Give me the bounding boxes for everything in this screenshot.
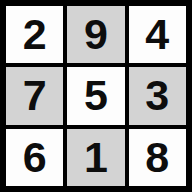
cell-r1c2[interactable]: 3 bbox=[129, 67, 186, 124]
cell-r2c1[interactable]: 1 bbox=[67, 129, 124, 186]
cell-r1c0[interactable]: 7 bbox=[6, 67, 63, 124]
cell-r0c2[interactable]: 4 bbox=[129, 6, 186, 63]
cell-r1c1[interactable]: 5 bbox=[67, 67, 124, 124]
cell-r0c1[interactable]: 9 bbox=[67, 6, 124, 63]
cell-r0c0[interactable]: 2 bbox=[6, 6, 63, 63]
cell-r2c0[interactable]: 6 bbox=[6, 129, 63, 186]
magic-square-board: 294753618 bbox=[0, 0, 192, 192]
magic-square-diagram: 294753618 bbox=[0, 0, 192, 192]
cell-r2c2[interactable]: 8 bbox=[129, 129, 186, 186]
